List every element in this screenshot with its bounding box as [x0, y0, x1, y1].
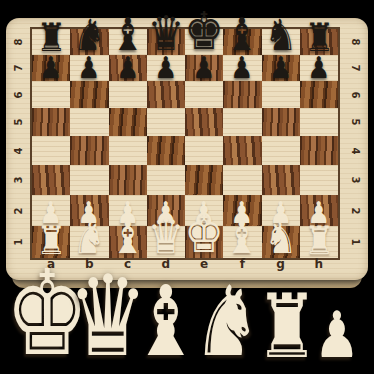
square-a4[interactable] [32, 136, 70, 165]
square-f3[interactable] [223, 165, 261, 195]
rank-label-right-4: 4 [350, 147, 360, 154]
square-f5[interactable] [223, 108, 261, 136]
scene: 8877665544332211abcdefgh ♜♞♝♛♚♝♞♜♟♟♟♟♟♟♟… [0, 0, 374, 374]
rank-label-left-8: 8 [14, 39, 24, 46]
square-c3[interactable] [109, 165, 147, 195]
square-h3[interactable] [300, 165, 338, 195]
square-d3[interactable] [147, 165, 185, 195]
piece-white-king-e1[interactable]: ♚ [184, 208, 224, 260]
rank-label-right-8: 8 [350, 39, 360, 46]
square-g5[interactable] [262, 108, 300, 136]
square-h4[interactable] [300, 136, 338, 165]
rank-label-right-2: 2 [350, 207, 360, 214]
square-a3[interactable] [32, 165, 70, 195]
rank-label-left-6: 6 [14, 91, 24, 98]
piece-black-pawn-c7[interactable]: ♟ [116, 53, 139, 83]
square-d4[interactable] [147, 136, 185, 165]
foreground-white-pawn[interactable]: ♟ [314, 303, 360, 367]
square-d5[interactable] [147, 108, 185, 136]
square-e3[interactable] [185, 165, 223, 195]
piece-white-rook-h1[interactable]: ♜ [304, 221, 334, 260]
rank-label-left-3: 3 [14, 177, 24, 184]
piece-white-queen-d1[interactable]: ♛ [148, 212, 185, 260]
square-g3[interactable] [262, 165, 300, 195]
rank-label-right-3: 3 [350, 177, 360, 184]
square-c6[interactable] [109, 81, 147, 108]
piece-black-pawn-h7[interactable]: ♟ [307, 53, 330, 83]
square-c5[interactable] [109, 108, 147, 136]
rank-label-right-5: 5 [350, 119, 360, 126]
rank-label-right-7: 7 [350, 65, 360, 72]
piece-black-pawn-a7[interactable]: ♟ [40, 53, 63, 83]
square-e5[interactable] [185, 108, 223, 136]
piece-black-pawn-d7[interactable]: ♟ [154, 53, 177, 83]
square-f6[interactable] [223, 81, 261, 108]
square-d6[interactable] [147, 81, 185, 108]
rank-label-right-6: 6 [350, 91, 360, 98]
rank-label-left-2: 2 [14, 207, 24, 214]
square-b4[interactable] [70, 136, 108, 165]
square-c4[interactable] [109, 136, 147, 165]
piece-white-knight-g1[interactable]: ♞ [264, 217, 297, 260]
piece-white-bishop-f1[interactable]: ♝ [225, 215, 259, 260]
square-f4[interactable] [223, 136, 261, 165]
piece-black-pawn-f7[interactable]: ♟ [231, 53, 254, 83]
square-e6[interactable] [185, 81, 223, 108]
square-g4[interactable] [262, 136, 300, 165]
square-g6[interactable] [262, 81, 300, 108]
piece-black-pawn-b7[interactable]: ♟ [78, 53, 101, 83]
piece-black-pawn-e7[interactable]: ♟ [193, 53, 216, 83]
square-b5[interactable] [70, 108, 108, 136]
square-h6[interactable] [300, 81, 338, 108]
square-b6[interactable] [70, 81, 108, 108]
square-a6[interactable] [32, 81, 70, 108]
square-a5[interactable] [32, 108, 70, 136]
foreground-white-bishop[interactable]: ♝ [131, 273, 201, 370]
square-h5[interactable] [300, 108, 338, 136]
rank-label-left-7: 7 [14, 65, 24, 72]
square-e4[interactable] [185, 136, 223, 165]
foreground-white-rook[interactable]: ♜ [255, 283, 318, 371]
piece-black-pawn-g7[interactable]: ♟ [269, 53, 292, 83]
square-b3[interactable] [70, 165, 108, 195]
rank-label-right-1: 1 [350, 239, 360, 246]
rank-label-left-4: 4 [14, 147, 24, 154]
foreground-white-knight[interactable]: ♞ [192, 273, 262, 370]
rank-label-left-5: 5 [14, 119, 24, 126]
